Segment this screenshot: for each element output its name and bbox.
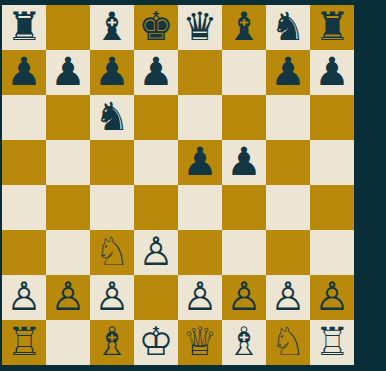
square-e2[interactable]: ♙: [178, 275, 222, 320]
white-pawn-piece[interactable]: ♙: [271, 277, 306, 316]
black-king-piece[interactable]: ♚: [139, 7, 174, 46]
square-f1[interactable]: ♗: [222, 320, 266, 365]
square-c4[interactable]: [90, 185, 134, 230]
white-pawn-piece[interactable]: ♙: [51, 277, 86, 316]
square-c1[interactable]: ♗: [90, 320, 134, 365]
square-c3[interactable]: ♘: [90, 230, 134, 275]
black-pawn-piece[interactable]: ♟: [95, 52, 130, 91]
square-a8[interactable]: ♜: [2, 5, 46, 50]
square-g1[interactable]: ♘: [266, 320, 310, 365]
square-a1[interactable]: ♖: [2, 320, 46, 365]
white-bishop-piece[interactable]: ♗: [95, 322, 130, 361]
white-pawn-piece[interactable]: ♙: [95, 277, 130, 316]
white-knight-piece[interactable]: ♘: [271, 322, 306, 361]
square-h2[interactable]: ♙: [310, 275, 354, 320]
square-h4[interactable]: [310, 185, 354, 230]
black-pawn-piece[interactable]: ♟: [315, 52, 350, 91]
square-e1[interactable]: ♕: [178, 320, 222, 365]
black-pawn-piece[interactable]: ♟: [271, 52, 306, 91]
square-c6[interactable]: ♞: [90, 95, 134, 140]
black-pawn-piece[interactable]: ♟: [183, 142, 218, 181]
square-f5[interactable]: ♟: [222, 140, 266, 185]
square-a5[interactable]: [2, 140, 46, 185]
square-h8[interactable]: ♜: [310, 5, 354, 50]
square-d5[interactable]: [134, 140, 178, 185]
square-c8[interactable]: ♝: [90, 5, 134, 50]
square-f7[interactable]: [222, 50, 266, 95]
square-f3[interactable]: [222, 230, 266, 275]
black-rook-piece[interactable]: ♜: [315, 7, 350, 46]
square-h1[interactable]: ♖: [310, 320, 354, 365]
square-b1[interactable]: [46, 320, 90, 365]
square-g6[interactable]: [266, 95, 310, 140]
square-a7[interactable]: ♟: [2, 50, 46, 95]
square-b7[interactable]: ♟: [46, 50, 90, 95]
square-f6[interactable]: [222, 95, 266, 140]
square-c2[interactable]: ♙: [90, 275, 134, 320]
square-g7[interactable]: ♟: [266, 50, 310, 95]
black-queen-piece[interactable]: ♛: [183, 7, 218, 46]
white-pawn-piece[interactable]: ♙: [227, 277, 262, 316]
square-g2[interactable]: ♙: [266, 275, 310, 320]
square-g5[interactable]: [266, 140, 310, 185]
square-b4[interactable]: [46, 185, 90, 230]
square-b3[interactable]: [46, 230, 90, 275]
square-d8[interactable]: ♚: [134, 5, 178, 50]
square-f4[interactable]: [222, 185, 266, 230]
square-a6[interactable]: [2, 95, 46, 140]
black-bishop-piece[interactable]: ♝: [227, 7, 262, 46]
black-rook-piece[interactable]: ♜: [7, 7, 42, 46]
square-e3[interactable]: [178, 230, 222, 275]
square-b8[interactable]: [46, 5, 90, 50]
square-d1[interactable]: ♔: [134, 320, 178, 365]
square-c7[interactable]: ♟: [90, 50, 134, 95]
black-pawn-piece[interactable]: ♟: [7, 52, 42, 91]
square-a4[interactable]: [2, 185, 46, 230]
square-a3[interactable]: [2, 230, 46, 275]
white-knight-piece[interactable]: ♘: [95, 232, 130, 271]
square-b2[interactable]: ♙: [46, 275, 90, 320]
white-rook-piece[interactable]: ♖: [315, 322, 350, 361]
square-h3[interactable]: [310, 230, 354, 275]
square-d2[interactable]: [134, 275, 178, 320]
square-d4[interactable]: [134, 185, 178, 230]
square-g4[interactable]: [266, 185, 310, 230]
white-pawn-piece[interactable]: ♙: [183, 277, 218, 316]
square-f2[interactable]: ♙: [222, 275, 266, 320]
white-pawn-piece[interactable]: ♙: [315, 277, 350, 316]
square-d6[interactable]: [134, 95, 178, 140]
square-d3[interactable]: ♙: [134, 230, 178, 275]
black-pawn-piece[interactable]: ♟: [51, 52, 86, 91]
app-background: ♜♝♚♛♝♞♜♟♟♟♟♟♟♞♟♟♘♙♙♙♙♙♙♙♙♖♗♔♕♗♘♖: [0, 0, 386, 371]
square-e4[interactable]: [178, 185, 222, 230]
white-rook-piece[interactable]: ♖: [7, 322, 42, 361]
white-bishop-piece[interactable]: ♗: [227, 322, 262, 361]
chess-board: ♜♝♚♛♝♞♜♟♟♟♟♟♟♞♟♟♘♙♙♙♙♙♙♙♙♖♗♔♕♗♘♖: [2, 5, 354, 365]
square-b6[interactable]: [46, 95, 90, 140]
white-king-piece[interactable]: ♔: [139, 322, 174, 361]
square-e6[interactable]: [178, 95, 222, 140]
square-e8[interactable]: ♛: [178, 5, 222, 50]
black-pawn-piece[interactable]: ♟: [227, 142, 262, 181]
black-bishop-piece[interactable]: ♝: [95, 7, 130, 46]
square-h7[interactable]: ♟: [310, 50, 354, 95]
square-d7[interactable]: ♟: [134, 50, 178, 95]
square-h5[interactable]: [310, 140, 354, 185]
square-a2[interactable]: ♙: [2, 275, 46, 320]
black-knight-piece[interactable]: ♞: [95, 97, 130, 136]
white-queen-piece[interactable]: ♕: [183, 322, 218, 361]
white-pawn-piece[interactable]: ♙: [139, 232, 174, 271]
square-e5[interactable]: ♟: [178, 140, 222, 185]
white-pawn-piece[interactable]: ♙: [7, 277, 42, 316]
square-e7[interactable]: [178, 50, 222, 95]
square-g8[interactable]: ♞: [266, 5, 310, 50]
square-g3[interactable]: [266, 230, 310, 275]
black-knight-piece[interactable]: ♞: [271, 7, 306, 46]
square-h6[interactable]: [310, 95, 354, 140]
black-pawn-piece[interactable]: ♟: [139, 52, 174, 91]
square-f8[interactable]: ♝: [222, 5, 266, 50]
square-c5[interactable]: [90, 140, 134, 185]
square-b5[interactable]: [46, 140, 90, 185]
